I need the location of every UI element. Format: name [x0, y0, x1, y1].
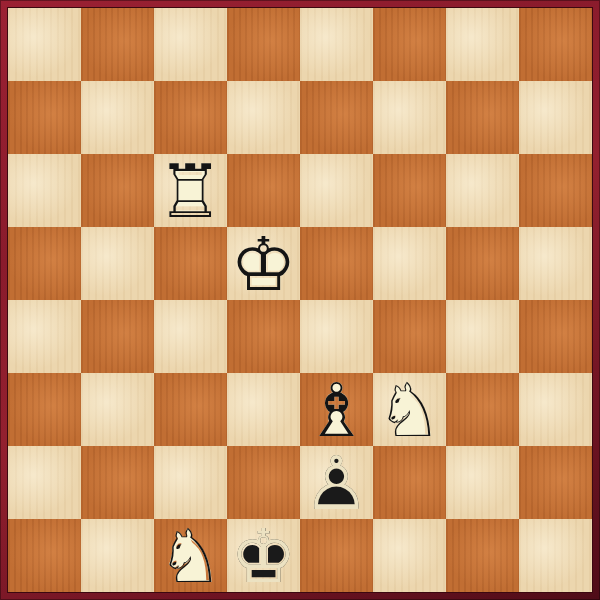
square-f5[interactable]	[373, 227, 446, 300]
square-g7[interactable]	[446, 81, 519, 154]
square-g3[interactable]	[446, 373, 519, 446]
square-d7[interactable]	[227, 81, 300, 154]
white-knight[interactable]: ♞ ♘	[154, 519, 227, 592]
square-c4[interactable]	[154, 300, 227, 373]
square-a8[interactable]	[8, 8, 81, 81]
square-d1[interactable]: ♚ ♔	[227, 519, 300, 592]
square-e7[interactable]	[300, 81, 373, 154]
board-frame: ♜ ♖ ♚ ♔	[0, 0, 600, 600]
white-bishop[interactable]: ♝ ♗	[300, 373, 373, 446]
square-a4[interactable]	[8, 300, 81, 373]
white-king-outline-glyph: ♔	[227, 227, 300, 300]
square-c8[interactable]	[154, 8, 227, 81]
square-d5[interactable]: ♚ ♔	[227, 227, 300, 300]
square-h8[interactable]	[519, 8, 592, 81]
square-e4[interactable]	[300, 300, 373, 373]
square-b6[interactable]	[81, 154, 154, 227]
square-a6[interactable]	[8, 154, 81, 227]
square-c1[interactable]: ♞ ♘	[154, 519, 227, 592]
square-f3[interactable]: ♞ ♘	[373, 373, 446, 446]
square-c2[interactable]	[154, 446, 227, 519]
square-f2[interactable]	[373, 446, 446, 519]
square-b4[interactable]	[81, 300, 154, 373]
square-e8[interactable]	[300, 8, 373, 81]
black-king-outline-glyph: ♔	[227, 519, 300, 592]
square-g2[interactable]	[446, 446, 519, 519]
square-g5[interactable]	[446, 227, 519, 300]
square-g8[interactable]	[446, 8, 519, 81]
square-f7[interactable]	[373, 81, 446, 154]
white-bishop-outline-glyph: ♗	[300, 373, 373, 446]
square-a3[interactable]	[8, 373, 81, 446]
square-g1[interactable]	[446, 519, 519, 592]
square-c3[interactable]	[154, 373, 227, 446]
square-c6[interactable]: ♜ ♖	[154, 154, 227, 227]
white-knight-outline-glyph: ♘	[373, 373, 446, 446]
square-b5[interactable]	[81, 227, 154, 300]
square-f1[interactable]	[373, 519, 446, 592]
white-rook-outline-glyph: ♖	[154, 154, 227, 227]
square-d2[interactable]	[227, 446, 300, 519]
square-b7[interactable]	[81, 81, 154, 154]
black-pawn-outline-glyph: ♙	[300, 446, 373, 519]
black-king[interactable]: ♚ ♔	[227, 519, 300, 592]
chess-board: ♜ ♖ ♚ ♔	[8, 8, 592, 592]
square-a5[interactable]	[8, 227, 81, 300]
square-c7[interactable]	[154, 81, 227, 154]
square-d6[interactable]	[227, 154, 300, 227]
square-a2[interactable]	[8, 446, 81, 519]
square-h2[interactable]	[519, 446, 592, 519]
square-f8[interactable]	[373, 8, 446, 81]
square-f6[interactable]	[373, 154, 446, 227]
square-f4[interactable]	[373, 300, 446, 373]
square-c5[interactable]	[154, 227, 227, 300]
white-knight-outline-glyph: ♘	[154, 519, 227, 592]
square-a7[interactable]	[8, 81, 81, 154]
square-h6[interactable]	[519, 154, 592, 227]
square-e1[interactable]	[300, 519, 373, 592]
square-d8[interactable]	[227, 8, 300, 81]
white-rook[interactable]: ♜ ♖	[154, 154, 227, 227]
square-b8[interactable]	[81, 8, 154, 81]
square-e3[interactable]: ♝ ♗	[300, 373, 373, 446]
square-h3[interactable]	[519, 373, 592, 446]
square-b2[interactable]	[81, 446, 154, 519]
square-b1[interactable]	[81, 519, 154, 592]
square-h7[interactable]	[519, 81, 592, 154]
square-h5[interactable]	[519, 227, 592, 300]
square-b3[interactable]	[81, 373, 154, 446]
white-knight[interactable]: ♞ ♘	[373, 373, 446, 446]
square-g4[interactable]	[446, 300, 519, 373]
black-pawn[interactable]: ♟ ♙	[300, 446, 373, 519]
white-king[interactable]: ♚ ♔	[227, 227, 300, 300]
square-h4[interactable]	[519, 300, 592, 373]
square-d4[interactable]	[227, 300, 300, 373]
square-h1[interactable]	[519, 519, 592, 592]
square-e6[interactable]	[300, 154, 373, 227]
square-e2[interactable]: ♟ ♙	[300, 446, 373, 519]
square-e5[interactable]	[300, 227, 373, 300]
square-g6[interactable]	[446, 154, 519, 227]
square-a1[interactable]	[8, 519, 81, 592]
square-d3[interactable]	[227, 373, 300, 446]
